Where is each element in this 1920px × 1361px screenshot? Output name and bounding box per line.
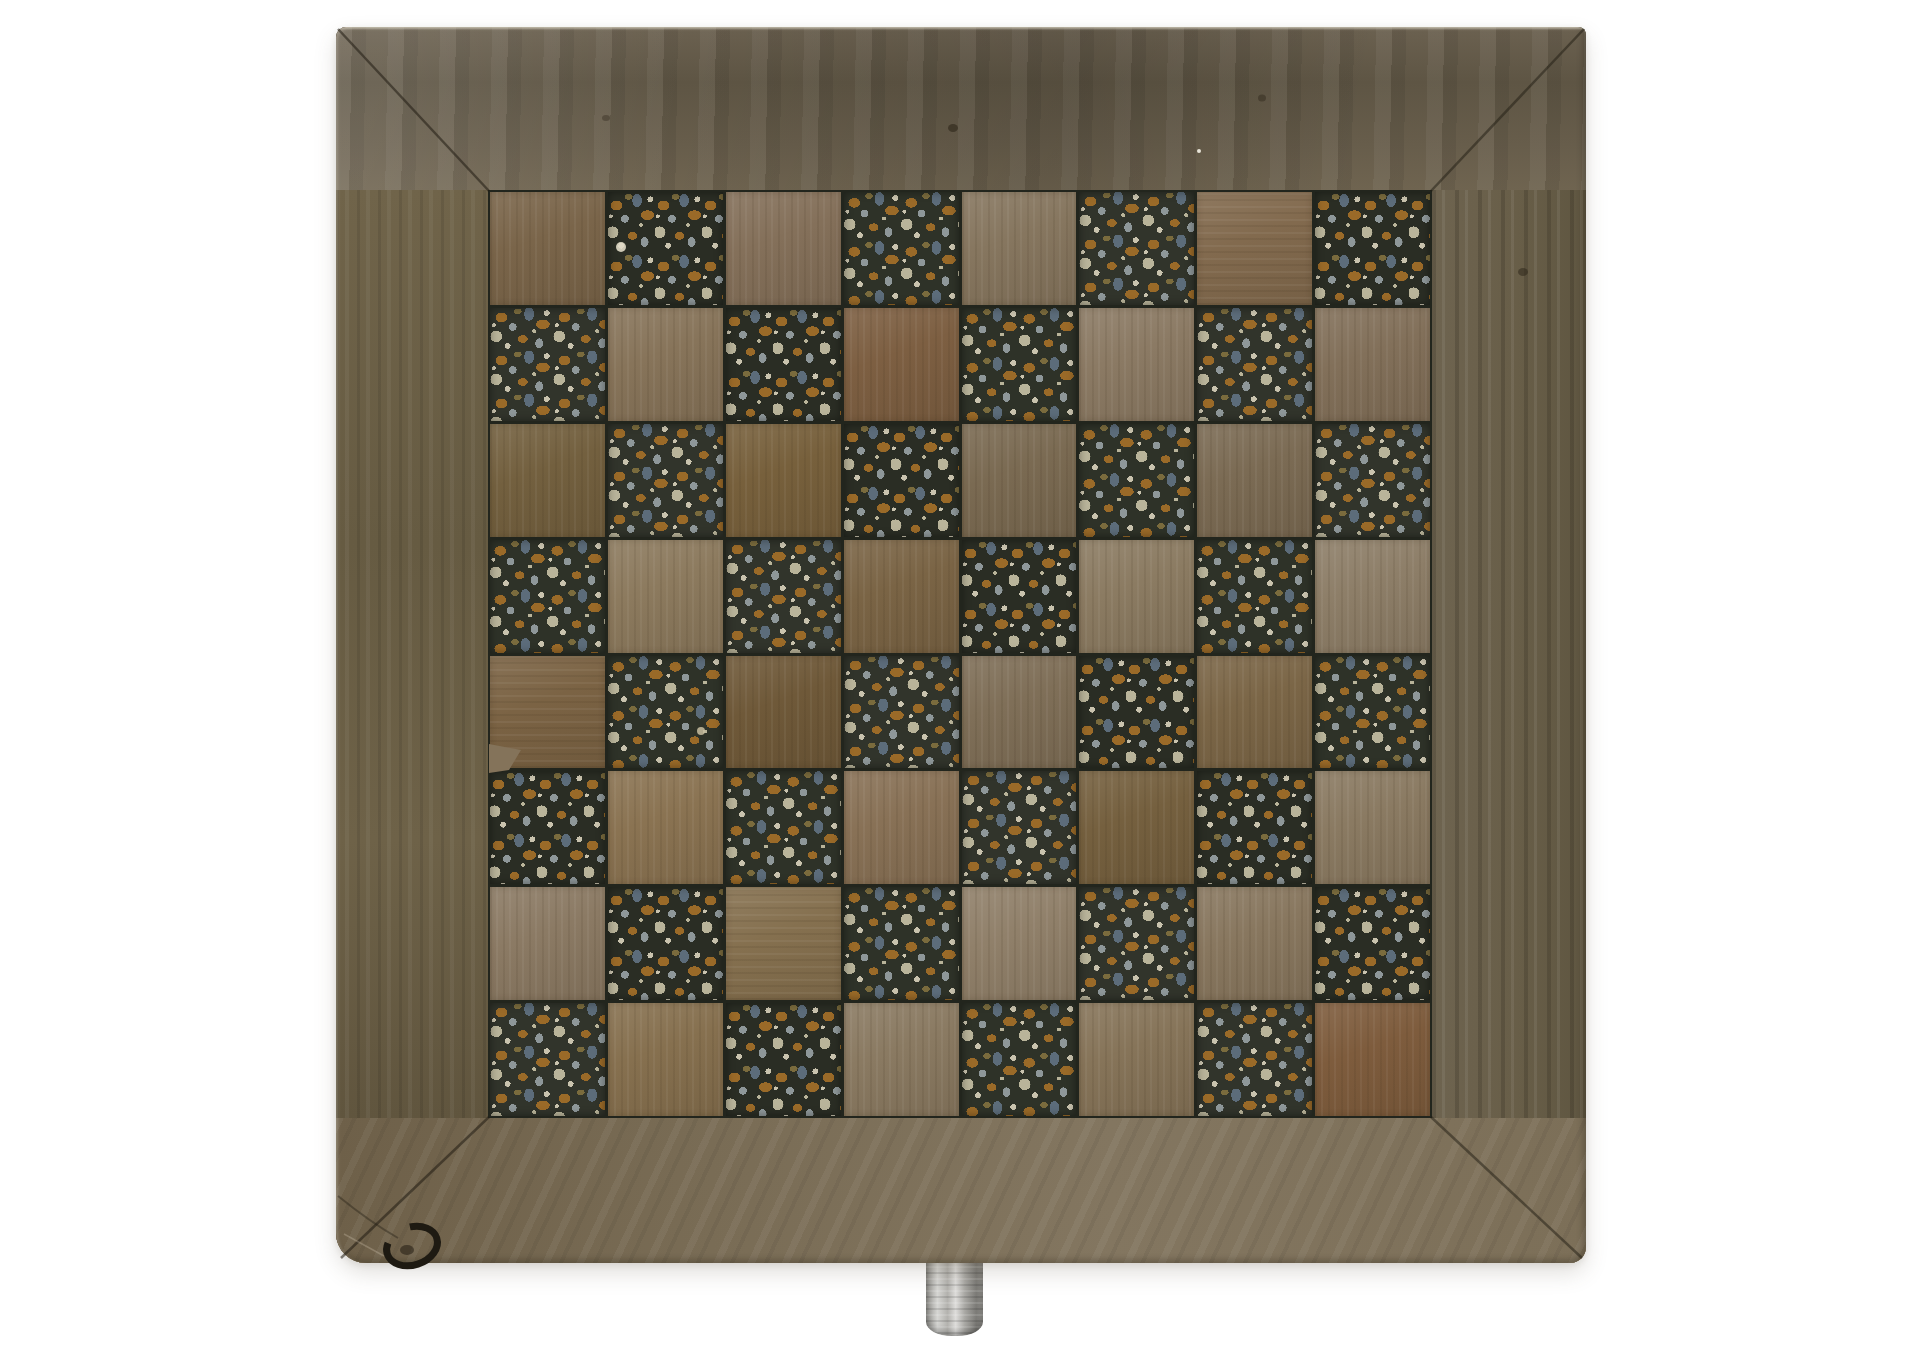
square-f4 [1079, 656, 1194, 769]
square-a3 [490, 771, 605, 884]
square-a5 [490, 540, 605, 653]
square-g5 [1197, 540, 1312, 653]
photo-stage [0, 0, 1920, 1361]
square-f5 [1079, 540, 1194, 653]
square-a4 [490, 656, 605, 769]
square-c5 [726, 540, 841, 653]
square-g1 [1197, 1003, 1312, 1116]
square-a6 [490, 424, 605, 537]
square-e8 [962, 192, 1077, 305]
square-c8 [726, 192, 841, 305]
square-h4 [1315, 656, 1430, 769]
board-frame-top [336, 27, 1586, 190]
square-d5 [844, 540, 959, 653]
square-a1 [490, 1003, 605, 1116]
chessboard [336, 27, 1586, 1263]
square-b3 [608, 771, 723, 884]
square-e2 [962, 887, 1077, 1000]
square-d8 [844, 192, 959, 305]
square-c4 [726, 656, 841, 769]
board-frame-bottom [336, 1118, 1586, 1263]
square-h7 [1315, 308, 1430, 421]
metal-peg [926, 1254, 983, 1336]
square-b6 [608, 424, 723, 537]
board-inlay [488, 190, 1432, 1118]
square-d4 [844, 656, 959, 769]
board-frame-right [1432, 190, 1586, 1118]
square-e4 [962, 656, 1077, 769]
square-g4 [1197, 656, 1312, 769]
square-b7 [608, 308, 723, 421]
square-a8 [490, 192, 605, 305]
square-b1 [608, 1003, 723, 1116]
square-e3 [962, 771, 1077, 884]
square-h8 [1315, 192, 1430, 305]
square-c7 [726, 308, 841, 421]
square-c2 [726, 887, 841, 1000]
square-g6 [1197, 424, 1312, 537]
square-b8 [608, 192, 723, 305]
square-c3 [726, 771, 841, 884]
square-e1 [962, 1003, 1077, 1116]
square-h3 [1315, 771, 1430, 884]
board-frame-left [336, 190, 488, 1118]
square-d2 [844, 887, 959, 1000]
square-h1 [1315, 1003, 1430, 1116]
square-d7 [844, 308, 959, 421]
square-b4 [608, 656, 723, 769]
square-g2 [1197, 887, 1312, 1000]
square-f7 [1079, 308, 1194, 421]
square-a7 [490, 308, 605, 421]
square-c6 [726, 424, 841, 537]
square-b5 [608, 540, 723, 653]
square-b2 [608, 887, 723, 1000]
square-f1 [1079, 1003, 1194, 1116]
square-d6 [844, 424, 959, 537]
square-d3 [844, 771, 959, 884]
square-e7 [962, 308, 1077, 421]
square-g7 [1197, 308, 1312, 421]
square-a2 [490, 887, 605, 1000]
square-e6 [962, 424, 1077, 537]
square-h6 [1315, 424, 1430, 537]
square-d1 [844, 1003, 959, 1116]
square-h5 [1315, 540, 1430, 653]
square-f2 [1079, 887, 1194, 1000]
square-c1 [726, 1003, 841, 1116]
square-f6 [1079, 424, 1194, 537]
square-g8 [1197, 192, 1312, 305]
square-e5 [962, 540, 1077, 653]
square-h2 [1315, 887, 1430, 1000]
square-f8 [1079, 192, 1194, 305]
square-g3 [1197, 771, 1312, 884]
square-f3 [1079, 771, 1194, 884]
